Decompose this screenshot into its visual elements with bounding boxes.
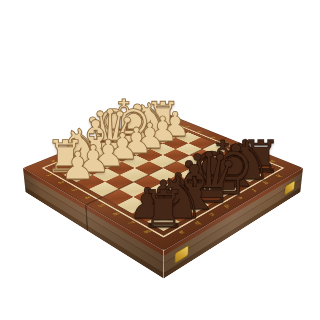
file-label-near: h	[274, 173, 283, 177]
file-label-near: b	[192, 220, 201, 225]
rank-label-far: 8	[269, 159, 277, 163]
file-label-near: c	[207, 211, 216, 216]
brass-clasp	[175, 245, 189, 264]
rank-label-far: 4	[211, 136, 218, 139]
file-label-far: f	[121, 130, 127, 133]
file-label-near: f	[249, 188, 257, 192]
brass-clasp	[284, 180, 295, 196]
file-label-near: g	[261, 180, 270, 184]
file-label-near: d	[221, 203, 230, 208]
rank-label-far: 2	[184, 125, 191, 128]
photo-scene: 11aa22bb33cc44dd55ee66ff77gg88hh	[0, 0, 320, 320]
fold-seam-wall-mark	[85, 205, 88, 232]
rank-label-far: 6	[239, 147, 246, 150]
rank-label-far: 5	[225, 141, 232, 144]
chess-set-photo: 11aa22bb33cc44dd55ee66ff77gg88hh ♜♞♝♛♚♝♞…	[0, 0, 320, 320]
chess-board: 11aa22bb33cc44dd55ee66ff77gg88hh	[23, 112, 303, 251]
rank-label-far: 1	[172, 120, 179, 123]
rank-label-far: 7	[254, 153, 262, 157]
file-label-near: a	[176, 229, 185, 234]
file-label-near: e	[235, 195, 244, 199]
